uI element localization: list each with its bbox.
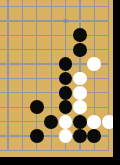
board-intersection[interactable] [44, 0, 58, 14]
board-intersection[interactable] [58, 0, 72, 14]
board-intersection[interactable] [87, 57, 101, 71]
board-intersection[interactable] [73, 86, 87, 100]
board-intersection[interactable] [1, 71, 15, 85]
board-intersection[interactable] [73, 143, 87, 157]
board-intersection[interactable] [44, 100, 58, 114]
board-intersection[interactable] [44, 114, 58, 128]
board-intersection[interactable] [44, 129, 58, 143]
board-intersection[interactable] [87, 0, 101, 14]
board-intersection[interactable] [15, 57, 29, 71]
board-intersection[interactable] [87, 14, 101, 28]
board-intersection[interactable] [15, 100, 29, 114]
board-intersection[interactable] [58, 143, 72, 157]
board-intersection[interactable] [73, 71, 87, 85]
board-intersection[interactable] [30, 28, 44, 42]
board-intersection[interactable] [44, 14, 58, 28]
black-stone [59, 86, 73, 100]
board-intersection[interactable] [58, 100, 72, 114]
board-intersection[interactable] [73, 100, 87, 114]
board-intersection[interactable] [87, 100, 101, 114]
board-intersection[interactable] [30, 100, 44, 114]
black-stone [73, 129, 87, 143]
board-intersection[interactable] [15, 86, 29, 100]
black-stone [73, 28, 87, 42]
black-stone [59, 72, 73, 86]
board-intersection[interactable] [87, 42, 101, 56]
board-intersection[interactable] [15, 114, 29, 128]
board-intersection[interactable] [87, 129, 101, 143]
board-intersection[interactable] [58, 86, 72, 100]
board-intersection[interactable] [58, 42, 72, 56]
board-intersection[interactable] [58, 114, 72, 128]
board-intersection[interactable] [87, 71, 101, 85]
board-intersection[interactable] [15, 14, 29, 28]
white-stone [59, 129, 73, 143]
board-intersection[interactable] [44, 143, 58, 157]
white-stone [59, 115, 73, 129]
black-stone [44, 115, 58, 129]
off-board-area-bottom [0, 157, 120, 165]
board-intersection[interactable] [73, 14, 87, 28]
board-intersection[interactable] [44, 86, 58, 100]
board-intersection[interactable] [87, 114, 101, 128]
board-intersection[interactable] [30, 114, 44, 128]
board-intersection[interactable] [58, 129, 72, 143]
go-board [0, 0, 120, 165]
board-intersection[interactable] [73, 28, 87, 42]
board-intersection[interactable] [44, 42, 58, 56]
board-intersection[interactable] [1, 100, 15, 114]
black-stone [59, 57, 73, 71]
board-intersection[interactable] [30, 129, 44, 143]
board-intersection[interactable] [30, 86, 44, 100]
board-intersection[interactable] [73, 57, 87, 71]
board-intersection[interactable] [1, 129, 15, 143]
black-stone [30, 129, 44, 143]
board-intersection[interactable] [30, 0, 44, 14]
star-point [63, 19, 68, 24]
board-intersection[interactable] [87, 86, 101, 100]
board-intersection[interactable] [58, 14, 72, 28]
board-intersection[interactable] [1, 0, 15, 14]
board-intersection[interactable] [1, 143, 15, 157]
off-board-area-right [113, 0, 120, 165]
board-intersection[interactable] [15, 42, 29, 56]
board-intersection[interactable] [1, 14, 15, 28]
board-intersection[interactable] [1, 28, 15, 42]
board-intersection[interactable] [44, 57, 58, 71]
board-intersection[interactable] [30, 14, 44, 28]
white-stone [73, 100, 87, 114]
black-stone [87, 129, 101, 143]
white-stone [87, 115, 101, 129]
board-intersection[interactable] [15, 143, 29, 157]
board-intersection[interactable] [15, 71, 29, 85]
board-intersection[interactable] [15, 0, 29, 14]
white-stone [73, 72, 87, 86]
board-intersection[interactable] [58, 57, 72, 71]
board-intersection[interactable] [1, 86, 15, 100]
board-intersection[interactable] [30, 42, 44, 56]
board-intersection[interactable] [73, 129, 87, 143]
board-intersection[interactable] [73, 114, 87, 128]
board-intersection[interactable] [30, 143, 44, 157]
board-intersection[interactable] [15, 129, 29, 143]
board-intersection[interactable] [87, 143, 101, 157]
board-intersection[interactable] [44, 71, 58, 85]
black-stone [30, 100, 44, 114]
board-intersection[interactable] [15, 28, 29, 42]
board-intersection[interactable] [44, 28, 58, 42]
white-stone [73, 86, 87, 100]
white-stone [87, 57, 101, 71]
board-intersection[interactable] [73, 42, 87, 56]
board-intersection[interactable] [87, 28, 101, 42]
board-intersection[interactable] [1, 42, 15, 56]
board-intersection[interactable] [1, 57, 15, 71]
board-grid [0, 0, 116, 158]
board-intersection[interactable] [58, 28, 72, 42]
board-intersection[interactable] [58, 71, 72, 85]
black-stone [73, 115, 87, 129]
black-stone [59, 100, 73, 114]
black-stone [73, 43, 87, 57]
board-intersection[interactable] [30, 57, 44, 71]
board-intersection[interactable] [30, 71, 44, 85]
board-intersection[interactable] [1, 114, 15, 128]
board-intersection[interactable] [73, 0, 87, 14]
